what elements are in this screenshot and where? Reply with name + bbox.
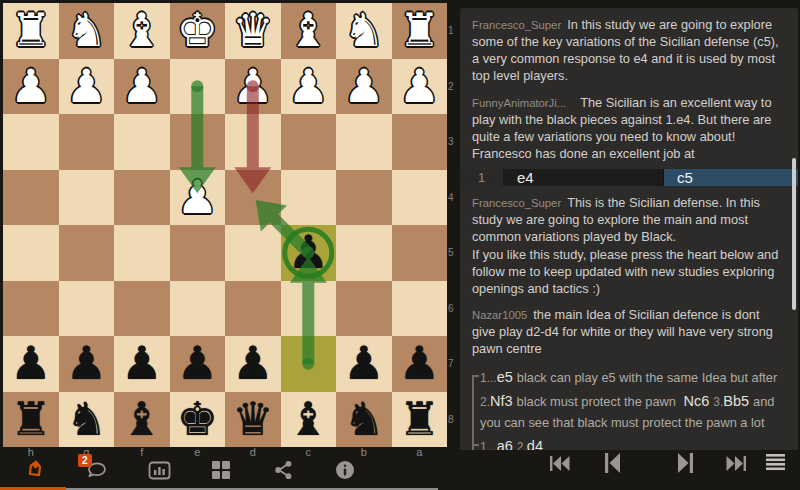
variation-line: 1...e5black can play e5 with the same Id…: [480, 366, 788, 433]
move-san: e5: [497, 369, 513, 385]
previous-move-button[interactable]: [605, 453, 620, 477]
square-h3[interactable]: [3, 114, 59, 170]
piece-white-pawn[interactable]: ♟: [170, 170, 226, 226]
square-f7[interactable]: ♟: [114, 336, 170, 392]
variation-move[interactable]: 1...a6: [480, 439, 517, 450]
bar-chart-icon: [148, 461, 171, 484]
square-h7[interactable]: ♟: [3, 336, 59, 392]
piece-black-pawn[interactable]: ♟: [392, 336, 448, 392]
chat-badge: 2: [78, 454, 92, 467]
square-f3[interactable]: [114, 114, 170, 170]
square-d1[interactable]: ♛: [225, 3, 281, 59]
piece-white-pawn[interactable]: ♟: [3, 59, 59, 115]
previous-icon: [605, 459, 620, 476]
piece-black-bishop[interactable]: ♝: [281, 392, 337, 448]
variation-move[interactable]: Nc6: [683, 394, 713, 409]
last-move-highlight: [281, 336, 337, 392]
piece-white-pawn[interactable]: ♟: [336, 59, 392, 115]
tab-chat[interactable]: 2: [66, 457, 128, 487]
piece-black-pawn[interactable]: ♟: [59, 336, 115, 392]
rank-label-5: 5: [448, 225, 460, 281]
tab-info[interactable]: [314, 457, 376, 487]
square-g4[interactable]: [59, 170, 115, 226]
square-g3[interactable]: [59, 114, 115, 170]
square-h6[interactable]: [3, 281, 59, 337]
square-f2[interactable]: ♟: [114, 59, 170, 115]
square-g1[interactable]: ♞: [59, 3, 115, 59]
file-label-a: a: [392, 446, 448, 458]
square-c8[interactable]: ♝: [281, 392, 337, 448]
move-san: Nc6: [683, 393, 709, 409]
variation-comment: black must protect the pawn: [517, 394, 680, 409]
square-g8[interactable]: ♞: [59, 392, 115, 448]
square-e6[interactable]: [170, 281, 226, 337]
piece-white-rook[interactable]: ♜: [3, 3, 59, 59]
white-move[interactable]: e4: [504, 169, 664, 186]
next-icon: [678, 459, 693, 476]
rank-label-1: 1: [448, 3, 460, 59]
piece-black-knight[interactable]: ♞: [336, 392, 392, 448]
variation-comment: black can play e5 with the same Idea but…: [517, 370, 777, 385]
rank-label-2: 2: [448, 59, 460, 115]
square-c1[interactable]: ♝: [281, 3, 337, 59]
comment-author: Francesco_Super: [472, 197, 561, 209]
piece-white-knight[interactable]: ♞: [59, 3, 115, 59]
tag-icon: [24, 459, 46, 485]
square-c7[interactable]: [281, 336, 337, 392]
square-f1[interactable]: ♝: [114, 3, 170, 59]
move-number-prefix: 1...: [480, 440, 497, 450]
square-b3[interactable]: [336, 114, 392, 170]
square-e8[interactable]: ♚: [170, 392, 226, 448]
piece-black-pawn[interactable]: ♟: [170, 336, 226, 392]
piece-white-pawn[interactable]: ♟: [114, 59, 170, 115]
study-app: ♜♞♝♚♛♝♞♜♟♟♟♟♟♟♟♟♟♟♟♟♟♟♟♟♜♞♝♚♛♝♞♜ 1234567…: [0, 0, 800, 490]
move-number-prefix: 2.: [517, 440, 527, 450]
menu-button[interactable]: [766, 454, 785, 474]
square-g7[interactable]: ♟: [59, 336, 115, 392]
piece-white-pawn[interactable]: ♟: [225, 59, 281, 115]
square-b5[interactable]: [336, 225, 392, 281]
square-a1[interactable]: ♜: [392, 3, 448, 59]
square-f5[interactable]: [114, 225, 170, 281]
square-d2[interactable]: ♟: [225, 59, 281, 115]
piece-black-rook[interactable]: ♜: [3, 392, 59, 448]
rank-label-7: 7: [448, 336, 460, 392]
next-move-button[interactable]: [678, 453, 693, 477]
chess-board[interactable]: ♜♞♝♚♛♝♞♜♟♟♟♟♟♟♟♟♟♟♟♟♟♟♟♟♜♞♝♚♛♝♞♜: [3, 3, 447, 447]
square-h1[interactable]: ♜: [3, 3, 59, 59]
rank-label-3: 3: [448, 114, 460, 170]
square-a3[interactable]: [392, 114, 448, 170]
rank-label-8: 8: [448, 392, 460, 448]
skip-to-start-icon: [550, 457, 570, 474]
piece-black-king[interactable]: ♚: [170, 392, 226, 448]
square-a8[interactable]: ♜: [392, 392, 448, 448]
variation-move[interactable]: 2.Nf3: [480, 394, 517, 409]
piece-white-bishop[interactable]: ♝: [114, 3, 170, 59]
variation-move[interactable]: 1...e5: [480, 370, 517, 385]
square-b2[interactable]: ♟: [336, 59, 392, 115]
square-c3[interactable]: [281, 114, 337, 170]
comment: Francesco_SuperThis is the Sicilian defe…: [460, 186, 798, 298]
square-h2[interactable]: ♟: [3, 59, 59, 115]
square-c5[interactable]: ♟: [281, 225, 337, 281]
square-d3[interactable]: [225, 114, 281, 170]
comment: Nazar1005the main Idea of Sicilian defen…: [460, 298, 798, 358]
tab-boards[interactable]: [190, 457, 252, 487]
piece-black-pawn[interactable]: ♟: [281, 225, 337, 281]
square-g2[interactable]: ♟: [59, 59, 115, 115]
piece-white-knight[interactable]: ♞: [336, 3, 392, 59]
piece-white-queen[interactable]: ♛: [225, 3, 281, 59]
piece-black-pawn[interactable]: ♟: [336, 336, 392, 392]
move-san: Nf3: [490, 393, 513, 409]
square-g5[interactable]: [59, 225, 115, 281]
comment-text: If you like this study, please press the…: [472, 246, 786, 297]
move-number-prefix: 2.: [480, 395, 490, 409]
move-san: d4: [527, 438, 543, 450]
move-san: Bb5: [723, 393, 749, 409]
square-d6[interactable]: [225, 281, 281, 337]
square-d4[interactable]: [225, 170, 281, 226]
square-a5[interactable]: [392, 225, 448, 281]
comment: FunnyAnimatorJi...The Sicilian is an exc…: [460, 86, 798, 164]
square-a4[interactable]: [392, 170, 448, 226]
square-a6[interactable]: [392, 281, 448, 337]
square-h4[interactable]: [3, 170, 59, 226]
tab-charts[interactable]: [128, 457, 190, 487]
piece-black-pawn[interactable]: ♟: [114, 336, 170, 392]
square-e3[interactable]: [170, 114, 226, 170]
square-h8[interactable]: ♜: [3, 392, 59, 448]
square-b6[interactable]: [336, 281, 392, 337]
square-a2[interactable]: ♟: [392, 59, 448, 115]
comment-author: FunnyAnimatorJi...: [472, 97, 566, 109]
study-comments-panel[interactable]: Francesco_SuperIn this study we are goin…: [460, 8, 798, 450]
square-e4[interactable]: ♟: [170, 170, 226, 226]
square-e7[interactable]: ♟: [170, 336, 226, 392]
piece-black-pawn[interactable]: ♟: [225, 336, 281, 392]
study-toolbar: 2: [4, 457, 394, 487]
square-f8[interactable]: ♝: [114, 392, 170, 448]
panel-scrollbar[interactable]: [792, 158, 796, 310]
tab-share[interactable]: [252, 457, 314, 487]
piece-white-rook[interactable]: ♜: [392, 3, 448, 59]
square-b1[interactable]: ♞: [336, 3, 392, 59]
square-c2[interactable]: ♟: [281, 59, 337, 115]
square-c6[interactable]: [281, 281, 337, 337]
piece-white-pawn[interactable]: ♟: [392, 59, 448, 115]
square-b4[interactable]: [336, 170, 392, 226]
skip-to-end-icon: [726, 457, 746, 474]
variation-line: 1...a62.d4: [480, 435, 788, 450]
comment-author: Nazar1005: [472, 309, 527, 321]
piece-black-rook[interactable]: ♜: [392, 392, 448, 448]
piece-black-queen[interactable]: ♛: [225, 392, 281, 448]
square-e5[interactable]: [170, 225, 226, 281]
first-move-button[interactable]: [550, 456, 570, 475]
square-e1[interactable]: ♚: [170, 3, 226, 59]
square-c4[interactable]: [281, 170, 337, 226]
rank-label-6: 6: [448, 281, 460, 337]
move-san: a6: [497, 438, 513, 450]
square-d8[interactable]: ♛: [225, 392, 281, 448]
comment: Francesco_SuperIn this study we are goin…: [460, 8, 798, 86]
piece-white-bishop[interactable]: ♝: [281, 3, 337, 59]
piece-white-pawn[interactable]: ♟: [281, 59, 337, 115]
board-area: ♜♞♝♚♛♝♞♜♟♟♟♟♟♟♟♟♟♟♟♟♟♟♟♟♜♞♝♚♛♝♞♜ 1234567…: [0, 0, 460, 460]
variation-move[interactable]: 3.Bb5: [713, 394, 753, 409]
piece-black-bishop[interactable]: ♝: [114, 392, 170, 448]
square-a7[interactable]: ♟: [392, 336, 448, 392]
square-d7[interactable]: ♟: [225, 336, 281, 392]
square-h5[interactable]: [3, 225, 59, 281]
piece-white-pawn[interactable]: ♟: [59, 59, 115, 115]
move-navigation: [460, 450, 800, 490]
grid-icon: [211, 460, 231, 484]
variation-lines: 1...e5black can play e5 with the same Id…: [472, 366, 788, 450]
move-number-prefix: 3.: [713, 395, 723, 409]
rank-label-4: 4: [448, 170, 460, 226]
square-b8[interactable]: ♞: [336, 392, 392, 448]
square-d5[interactable]: [225, 225, 281, 281]
square-f4[interactable]: [114, 170, 170, 226]
tab-tags[interactable]: [4, 457, 66, 487]
move-number-prefix: 1...: [480, 371, 497, 385]
move-number: 1: [460, 169, 504, 186]
black-move-selected[interactable]: c5: [664, 169, 798, 186]
rank-labels: 12345678: [448, 3, 460, 447]
move-list-row: 1 e4 c5: [460, 169, 798, 186]
last-move-button[interactable]: [726, 456, 746, 475]
piece-black-knight[interactable]: ♞: [59, 392, 115, 448]
piece-white-king[interactable]: ♚: [170, 3, 226, 59]
piece-black-pawn[interactable]: ♟: [3, 336, 59, 392]
square-g6[interactable]: [59, 281, 115, 337]
hamburger-menu-icon: [766, 456, 785, 473]
share-icon: [274, 460, 293, 484]
variation-move[interactable]: 2.d4: [517, 439, 547, 450]
square-b7[interactable]: ♟: [336, 336, 392, 392]
square-f6[interactable]: [114, 281, 170, 337]
info-icon: [335, 460, 355, 484]
comment-author: Francesco_Super: [472, 19, 561, 31]
square-e2[interactable]: [170, 59, 226, 115]
